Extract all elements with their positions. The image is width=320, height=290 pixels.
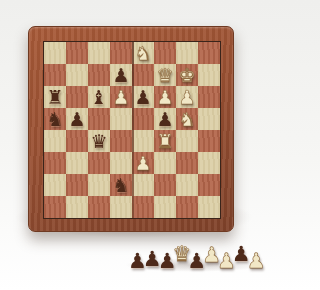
- board-square-g6[interactable]: ♟: [176, 86, 198, 108]
- board-square-b6[interactable]: [66, 86, 88, 108]
- white-knight[interactable]: ♞: [178, 110, 195, 129]
- board-square-b7[interactable]: [66, 64, 88, 86]
- board-square-d5[interactable]: [110, 108, 132, 130]
- black-knight[interactable]: ♞: [112, 176, 129, 195]
- white-pawn[interactable]: ♟: [156, 88, 173, 107]
- black-queen[interactable]: ♛: [90, 132, 107, 151]
- white-rook[interactable]: ♜: [156, 132, 173, 151]
- board-square-g2[interactable]: [176, 174, 198, 196]
- board-square-h4[interactable]: [198, 130, 220, 152]
- board-square-d3[interactable]: [110, 152, 132, 174]
- board-square-a7[interactable]: [44, 64, 66, 86]
- white-pawn[interactable]: ♟: [178, 88, 195, 107]
- board-square-f7[interactable]: ♛: [154, 64, 176, 86]
- white-king[interactable]: ♚: [178, 66, 195, 85]
- board-square-a8[interactable]: [44, 42, 66, 64]
- board-square-f5[interactable]: ♟: [154, 108, 176, 130]
- board-square-f8[interactable]: [154, 42, 176, 64]
- fold-hinge-line: [132, 42, 134, 218]
- board-square-h1[interactable]: [198, 196, 220, 218]
- board-square-h7[interactable]: [198, 64, 220, 86]
- board-square-a5[interactable]: ♞: [44, 108, 66, 130]
- board-square-b3[interactable]: [66, 152, 88, 174]
- black-knight[interactable]: ♞: [46, 110, 63, 129]
- board-square-d4[interactable]: [110, 130, 132, 152]
- board-square-c5[interactable]: [88, 108, 110, 130]
- board-square-b1[interactable]: [66, 196, 88, 218]
- board-square-e1[interactable]: [132, 196, 154, 218]
- board-square-h8[interactable]: [198, 42, 220, 64]
- white-queen[interactable]: ♛: [156, 66, 173, 85]
- board-square-c3[interactable]: [88, 152, 110, 174]
- board-square-a4[interactable]: [44, 130, 66, 152]
- black-pawn[interactable]: ♟: [112, 66, 129, 85]
- board-square-c7[interactable]: [88, 64, 110, 86]
- board-square-e8[interactable]: ♞: [132, 42, 154, 64]
- board-square-c2[interactable]: [88, 174, 110, 196]
- board-square-g5[interactable]: ♞: [176, 108, 198, 130]
- white-knight[interactable]: ♞: [134, 44, 151, 63]
- board-square-a3[interactable]: [44, 152, 66, 174]
- board-square-h6[interactable]: [198, 86, 220, 108]
- board-square-f1[interactable]: [154, 196, 176, 218]
- board-square-f3[interactable]: [154, 152, 176, 174]
- board-square-g7[interactable]: ♚: [176, 64, 198, 86]
- board-square-e5[interactable]: [132, 108, 154, 130]
- board-square-g1[interactable]: [176, 196, 198, 218]
- board-square-h2[interactable]: [198, 174, 220, 196]
- chess-board: ♞♟♛♚♜♝♟♟♟♟♞♟♟♞♛♜♟♞: [43, 41, 221, 219]
- chess-set-scene: ♞♟♛♚♜♝♟♟♟♟♞♟♟♞♛♜♟♞ ♟♟♟♛♟♟♟♟♟: [0, 0, 290, 290]
- black-bishop[interactable]: ♝: [90, 88, 107, 107]
- black-rook[interactable]: ♜: [46, 88, 63, 107]
- board-square-f4[interactable]: ♜: [154, 130, 176, 152]
- board-square-b4[interactable]: [66, 130, 88, 152]
- board-square-g3[interactable]: [176, 152, 198, 174]
- board-square-a2[interactable]: [44, 174, 66, 196]
- black-pawn[interactable]: ♟: [68, 110, 85, 129]
- board-square-d6[interactable]: ♟: [110, 86, 132, 108]
- white-pawn[interactable]: ♟: [134, 154, 151, 173]
- board-square-h3[interactable]: [198, 152, 220, 174]
- board-square-b8[interactable]: [66, 42, 88, 64]
- black-pawn[interactable]: ♟: [156, 110, 173, 129]
- board-square-b2[interactable]: [66, 174, 88, 196]
- board-square-f2[interactable]: [154, 174, 176, 196]
- board-square-d8[interactable]: [110, 42, 132, 64]
- board-square-c1[interactable]: [88, 196, 110, 218]
- board-square-d7[interactable]: ♟: [110, 64, 132, 86]
- board-square-f6[interactable]: ♟: [154, 86, 176, 108]
- board-square-e2[interactable]: [132, 174, 154, 196]
- board-square-g4[interactable]: [176, 130, 198, 152]
- board-square-d1[interactable]: [110, 196, 132, 218]
- board-square-c8[interactable]: [88, 42, 110, 64]
- board-square-g8[interactable]: [176, 42, 198, 64]
- board-square-e3[interactable]: ♟: [132, 152, 154, 174]
- board-square-b5[interactable]: ♟: [66, 108, 88, 130]
- board-square-e4[interactable]: [132, 130, 154, 152]
- board-square-c4[interactable]: ♛: [88, 130, 110, 152]
- board-square-a6[interactable]: ♜: [44, 86, 66, 108]
- chess-board-frame: ♞♟♛♚♜♝♟♟♟♟♞♟♟♞♛♜♟♞: [28, 26, 234, 232]
- board-square-e7[interactable]: [132, 64, 154, 86]
- white-pawn-offboard[interactable]: ♟: [247, 251, 266, 272]
- white-pawn[interactable]: ♟: [112, 88, 129, 107]
- board-square-d2[interactable]: ♞: [110, 174, 132, 196]
- board-square-a1[interactable]: [44, 196, 66, 218]
- black-pawn[interactable]: ♟: [134, 88, 151, 107]
- board-square-c6[interactable]: ♝: [88, 86, 110, 108]
- board-square-e6[interactable]: ♟: [132, 86, 154, 108]
- board-square-h5[interactable]: [198, 108, 220, 130]
- offboard-pieces-tray: ♟♟♟♛♟♟♟♟♟: [128, 230, 258, 270]
